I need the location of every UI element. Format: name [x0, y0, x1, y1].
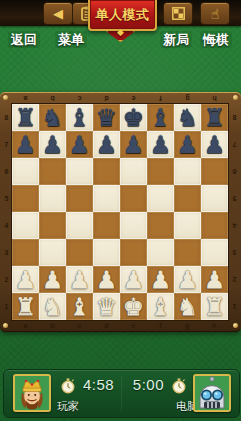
rank-label-3: 3	[230, 239, 239, 266]
square-h8[interactable]: ♜	[201, 104, 228, 131]
undo-label-button[interactable]: 悔棋	[200, 31, 232, 48]
rank-label-3: 3	[2, 239, 11, 266]
piece-white-pawn[interactable]: ♟	[174, 266, 201, 293]
board-grid-icon	[172, 7, 185, 20]
square-b7[interactable]: ♟	[39, 131, 66, 158]
square-h4[interactable]	[201, 212, 228, 239]
file-label-f: f	[147, 94, 174, 103]
square-c3[interactable]	[66, 239, 93, 266]
square-a7[interactable]: ♟	[12, 131, 39, 158]
file-label-f: f	[147, 321, 174, 330]
square-e2[interactable]: ♟	[120, 266, 147, 293]
hand-icon: ☝	[211, 7, 220, 21]
square-b6[interactable]	[39, 158, 66, 185]
square-a2[interactable]: ♟	[12, 266, 39, 293]
file-label-h: h	[201, 321, 228, 330]
square-d4[interactable]	[93, 212, 120, 239]
rank-label-4: 4	[230, 212, 239, 239]
back-button[interactable]: ◀	[43, 2, 73, 25]
square-c7[interactable]: ♟	[66, 131, 93, 158]
square-h3[interactable]	[201, 239, 228, 266]
square-a8[interactable]: ♜	[12, 104, 39, 131]
board-corner-pin	[233, 95, 238, 100]
square-d2[interactable]: ♟	[93, 266, 120, 293]
square-b3[interactable]	[39, 239, 66, 266]
rank-label-6: 6	[2, 158, 11, 185]
square-g5[interactable]	[174, 185, 201, 212]
square-g3[interactable]	[174, 239, 201, 266]
square-f3[interactable]	[147, 239, 174, 266]
square-b2[interactable]: ♟	[39, 266, 66, 293]
piece-black-rook[interactable]: ♜	[201, 104, 228, 131]
piece-white-pawn[interactable]: ♟	[201, 266, 228, 293]
piece-black-pawn[interactable]: ♟	[147, 131, 174, 158]
back-label-button[interactable]: 返回	[8, 31, 40, 48]
square-g6[interactable]	[174, 158, 201, 185]
piece-white-pawn[interactable]: ♟	[147, 266, 174, 293]
panel-divider	[121, 376, 122, 411]
menu-label-button[interactable]: 菜单	[55, 31, 87, 48]
rank-label-8: 8	[230, 104, 239, 131]
player-timer-icon	[60, 378, 76, 394]
piece-white-pawn[interactable]: ♟	[93, 266, 120, 293]
square-d3[interactable]	[93, 239, 120, 266]
square-h7[interactable]: ♟	[201, 131, 228, 158]
fleur-ornament-icon: ◆	[114, 27, 127, 37]
piece-white-knight[interactable]: ♞	[174, 293, 201, 320]
square-c8[interactable]: ♝	[66, 104, 93, 131]
rank-label-2: 2	[2, 266, 11, 293]
piece-white-pawn[interactable]: ♟	[39, 266, 66, 293]
square-e6[interactable]	[120, 158, 147, 185]
rank-label-1: 1	[230, 293, 239, 320]
file-label-b: b	[39, 321, 66, 330]
square-g8[interactable]: ♞	[174, 104, 201, 131]
piece-black-pawn[interactable]: ♟	[201, 131, 228, 158]
square-b8[interactable]: ♞	[39, 104, 66, 131]
computer-avatar[interactable]	[193, 374, 231, 412]
square-c1[interactable]: ♝	[66, 293, 93, 320]
square-c6[interactable]	[66, 158, 93, 185]
square-b5[interactable]	[39, 185, 66, 212]
square-b1[interactable]: ♞	[39, 293, 66, 320]
file-label-d: d	[93, 94, 120, 103]
piece-white-rook[interactable]: ♜	[12, 293, 39, 320]
square-h6[interactable]	[201, 158, 228, 185]
piece-white-bishop[interactable]: ♝	[66, 293, 93, 320]
piece-black-knight[interactable]: ♞	[39, 104, 66, 131]
square-e8[interactable]: ♚	[120, 104, 147, 131]
piece-black-king[interactable]: ♚	[120, 104, 147, 131]
back-arrow-icon: ◀	[53, 7, 63, 20]
square-h1[interactable]: ♜	[201, 293, 228, 320]
computer-clock: 5:00	[133, 376, 164, 393]
file-label-c: c	[66, 94, 93, 103]
piece-white-queen[interactable]: ♛	[93, 293, 120, 320]
piece-white-pawn[interactable]: ♟	[12, 266, 39, 293]
file-labels-top: abcdefgh	[12, 94, 228, 103]
square-g7[interactable]: ♟	[174, 131, 201, 158]
piece-black-pawn[interactable]: ♟	[12, 131, 39, 158]
square-d8[interactable]: ♛	[93, 104, 120, 131]
file-label-d: d	[93, 321, 120, 330]
rank-label-7: 7	[230, 131, 239, 158]
rank-label-5: 5	[230, 185, 239, 212]
square-e7[interactable]: ♟	[120, 131, 147, 158]
square-f8[interactable]: ♝	[147, 104, 174, 131]
square-e5[interactable]	[120, 185, 147, 212]
piece-white-bishop[interactable]: ♝	[147, 293, 174, 320]
square-a1[interactable]: ♜	[12, 293, 39, 320]
square-g1[interactable]: ♞	[174, 293, 201, 320]
board-corner-pin	[233, 323, 238, 328]
square-d1[interactable]: ♛	[93, 293, 120, 320]
rank-label-5: 5	[2, 185, 11, 212]
piece-black-pawn[interactable]: ♟	[174, 131, 201, 158]
board-corner-pin	[3, 95, 8, 100]
board-squares: ♜♞♝♛♚♝♞♜♟♟♟♟♟♟♟♟♟♟♟♟♟♟♟♟♜♞♝♛♚♝♞♜	[12, 104, 228, 320]
file-label-g: g	[174, 321, 201, 330]
undo-button[interactable]: ☝	[200, 2, 230, 25]
square-e4[interactable]	[120, 212, 147, 239]
rank-label-7: 7	[2, 131, 11, 158]
chess-board: abcdefgh abcdefgh 87654321 87654321 ♜♞♝♛…	[0, 92, 241, 332]
players-panel: 4:58 玩家 5:00 电脑	[3, 369, 240, 418]
square-e3[interactable]	[120, 239, 147, 266]
rank-label-4: 4	[2, 212, 11, 239]
new-game-label-button[interactable]: 新局	[160, 31, 192, 48]
piece-black-pawn[interactable]: ♟	[39, 131, 66, 158]
piece-black-bishop[interactable]: ♝	[66, 104, 93, 131]
rank-labels-left: 87654321	[2, 104, 11, 320]
piece-black-knight[interactable]: ♞	[174, 104, 201, 131]
piece-black-queen[interactable]: ♛	[93, 104, 120, 131]
square-d6[interactable]	[93, 158, 120, 185]
rank-label-1: 1	[2, 293, 11, 320]
board-corner-pin	[3, 323, 8, 328]
rank-label-2: 2	[230, 266, 239, 293]
square-a3[interactable]	[12, 239, 39, 266]
player-name: 玩家	[57, 399, 79, 414]
piece-white-king[interactable]: ♚	[120, 293, 147, 320]
square-h2[interactable]: ♟	[201, 266, 228, 293]
file-label-a: a	[12, 94, 39, 103]
square-d7[interactable]: ♟	[93, 131, 120, 158]
player-clock: 4:58	[83, 376, 114, 393]
square-e1[interactable]: ♚	[120, 293, 147, 320]
square-d5[interactable]	[93, 185, 120, 212]
square-f2[interactable]: ♟	[147, 266, 174, 293]
file-label-e: e	[120, 321, 147, 330]
piece-black-pawn[interactable]: ♟	[66, 131, 93, 158]
square-f6[interactable]	[147, 158, 174, 185]
file-label-g: g	[174, 94, 201, 103]
file-label-h: h	[201, 94, 228, 103]
rank-label-6: 6	[230, 158, 239, 185]
square-f4[interactable]	[147, 212, 174, 239]
piece-black-bishop[interactable]: ♝	[147, 104, 174, 131]
piece-black-pawn[interactable]: ♟	[120, 131, 147, 158]
file-label-a: a	[12, 321, 39, 330]
file-labels-bottom: abcdefgh	[12, 321, 228, 330]
file-label-c: c	[66, 321, 93, 330]
piece-white-pawn[interactable]: ♟	[66, 266, 93, 293]
piece-white-pawn[interactable]: ♟	[120, 266, 147, 293]
rank-label-8: 8	[2, 104, 11, 131]
square-g2[interactable]: ♟	[174, 266, 201, 293]
computer-timer-icon	[171, 378, 187, 394]
new-game-button[interactable]	[163, 2, 193, 25]
square-f5[interactable]	[147, 185, 174, 212]
file-label-e: e	[120, 94, 147, 103]
king-avatar-icon	[15, 376, 49, 410]
robot-avatar-icon	[195, 376, 229, 410]
piece-white-rook[interactable]: ♜	[201, 293, 228, 320]
square-a6[interactable]	[12, 158, 39, 185]
chess-app: ◀ ☝ 返回 菜单 新局 悔棋 单人模式 ◆ abcdefgh abcd	[0, 0, 241, 421]
file-label-b: b	[39, 94, 66, 103]
piece-white-knight[interactable]: ♞	[39, 293, 66, 320]
square-f1[interactable]: ♝	[147, 293, 174, 320]
square-g4[interactable]	[174, 212, 201, 239]
square-b4[interactable]	[39, 212, 66, 239]
mode-banner-title: 单人模式	[96, 6, 150, 24]
square-c2[interactable]: ♟	[66, 266, 93, 293]
square-a4[interactable]	[12, 212, 39, 239]
player-avatar[interactable]	[13, 374, 51, 412]
square-f7[interactable]: ♟	[147, 131, 174, 158]
square-h5[interactable]	[201, 185, 228, 212]
square-c5[interactable]	[66, 185, 93, 212]
piece-black-pawn[interactable]: ♟	[93, 131, 120, 158]
square-c4[interactable]	[66, 212, 93, 239]
square-a5[interactable]	[12, 185, 39, 212]
rank-labels-right: 87654321	[230, 104, 239, 320]
piece-black-rook[interactable]: ♜	[12, 104, 39, 131]
